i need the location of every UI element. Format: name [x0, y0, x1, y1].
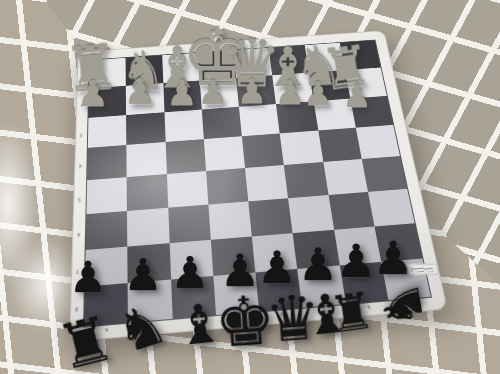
black-knight-g8: ♞: [109, 294, 174, 363]
black-pawn-f7: ♟: [170, 251, 209, 295]
white-pawn-a2: ♟: [342, 79, 372, 112]
white-pawn-g2: ♟: [124, 74, 156, 110]
white-pawn-h2: ♟: [77, 76, 109, 112]
white-pawn-e2: ♟: [198, 75, 228, 109]
black-pawn-h7: ♟: [69, 256, 108, 299]
black-pawn-g7: ♟: [123, 253, 162, 297]
black-pawn-a7: ♟: [372, 235, 413, 281]
photo-chess-scene: 12345678hgfedcba ♜♞♝♚♛♝♞♜♟♟♟♟♟♟♟♟♟♟♟♟♟♟♟…: [0, 0, 500, 374]
black-knight-a8-fallen: ♞: [373, 278, 432, 333]
white-pawn-f2: ♟: [166, 76, 197, 111]
black-pawn-b7: ♟: [335, 238, 376, 284]
black-rook-h8: ♜: [51, 307, 120, 374]
white-pawn-b2: ♟: [303, 77, 333, 110]
white-pawn-c2: ♟: [275, 75, 305, 109]
white-pawn-d2: ♟: [237, 74, 267, 108]
pieces-layer: ♜♞♝♚♛♝♞♜♟♟♟♟♟♟♟♟♟♟♟♟♟♟♟♟♜♞♝♚♛♝♜♞: [0, 0, 500, 374]
